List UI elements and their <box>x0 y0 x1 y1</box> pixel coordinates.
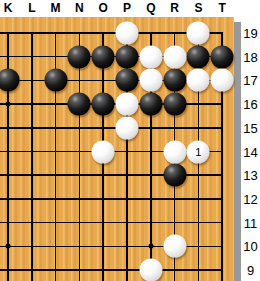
row-label-10: 10 <box>241 240 260 253</box>
row-label-16: 16 <box>241 98 260 111</box>
column-label-N: N <box>75 1 84 15</box>
go-diagram: KLMNOPQRST1918171615141312111091 <box>0 0 260 281</box>
stone-white-P16[interactable] <box>116 93 139 116</box>
row-label-15: 15 <box>241 121 260 134</box>
star-point-K16 <box>6 102 11 107</box>
star-point-Q10 <box>148 244 153 249</box>
stone-white-P15[interactable] <box>116 116 139 139</box>
stone-black-O16[interactable] <box>92 93 115 116</box>
row-label-12: 12 <box>241 192 260 205</box>
stone-white-Q17[interactable] <box>139 69 162 92</box>
move-number-label: 1 <box>195 146 201 157</box>
column-label-T: T <box>219 1 226 15</box>
stone-black-R16[interactable] <box>163 93 186 116</box>
column-label-S: S <box>194 1 202 15</box>
column-label-K: K <box>4 1 13 15</box>
stone-white-Q18[interactable] <box>139 45 162 68</box>
column-label-M: M <box>51 1 61 15</box>
stone-white-P19[interactable] <box>116 22 139 45</box>
stone-black-T18[interactable] <box>211 45 234 68</box>
stone-black-O18[interactable] <box>92 45 115 68</box>
grid-line-row-11 <box>0 222 223 224</box>
stone-black-N18[interactable] <box>68 45 91 68</box>
column-label-P: P <box>123 1 131 15</box>
stone-black-P18[interactable] <box>116 45 139 68</box>
stone-black-M17[interactable] <box>44 69 67 92</box>
grid-line-col-N <box>79 32 81 281</box>
stone-black-Q16[interactable] <box>139 93 162 116</box>
column-label-Q: Q <box>146 1 155 15</box>
row-label-13: 13 <box>241 169 260 182</box>
stone-black-S18[interactable] <box>187 45 210 68</box>
stone-white-S17[interactable] <box>187 69 210 92</box>
board-edge-shadow <box>234 22 241 281</box>
stone-black-P17[interactable] <box>116 69 139 92</box>
row-label-11: 11 <box>241 216 260 229</box>
stone-white-Q9[interactable] <box>139 259 162 281</box>
stone-white-R14[interactable] <box>163 140 186 163</box>
grid-line-row-10 <box>0 246 223 248</box>
stone-white-T17[interactable] <box>211 69 234 92</box>
row-label-9: 9 <box>241 264 260 277</box>
grid-line-col-L <box>31 32 33 281</box>
column-label-R: R <box>170 1 179 15</box>
star-point-K10 <box>6 244 11 249</box>
column-label-L: L <box>28 1 35 15</box>
stone-white-R10[interactable] <box>163 235 186 258</box>
column-label-O: O <box>99 1 108 15</box>
stone-black-R17[interactable] <box>163 69 186 92</box>
row-label-18: 18 <box>241 50 260 63</box>
stone-white-O14[interactable] <box>92 140 115 163</box>
grid-line-row-9 <box>0 269 223 271</box>
grid-line-row-12 <box>0 198 223 200</box>
stone-white-S14[interactable]: 1 <box>187 140 210 163</box>
grid-line-row-15 <box>0 127 223 129</box>
stone-white-R18[interactable] <box>163 45 186 68</box>
stone-black-R13[interactable] <box>163 164 186 187</box>
row-label-14: 14 <box>241 145 260 158</box>
row-label-17: 17 <box>241 74 260 87</box>
grid-line-row-13 <box>0 174 223 176</box>
row-label-19: 19 <box>241 27 260 40</box>
stone-black-N16[interactable] <box>68 93 91 116</box>
stone-white-S19[interactable] <box>187 22 210 45</box>
